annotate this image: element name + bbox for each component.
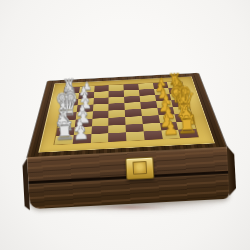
box-front <box>27 147 229 209</box>
piece-silver-pawn: ♟ <box>68 142 95 143</box>
board-top: ♜♟♟♜♞♟♟♞♝♟♟♝♚♟♟♚♛♟♟♛♝♟♟♝♞♟♟♞♜♟♟♜ <box>27 73 227 158</box>
piece-gold-pawn: ♟ <box>158 137 185 138</box>
product-photo: ♜♟♟♜♞♟♟♞♝♟♟♝♚♟♟♚♛♟♟♛♝♟♟♝♞♟♟♞♜♟♟♜ <box>0 0 250 250</box>
pieces-layer: ♜♟♟♜♞♟♟♞♝♟♟♝♚♟♟♚♛♟♟♛♝♟♟♝♞♟♟♞♜♟♟♜ <box>27 73 227 158</box>
chess-box: ♜♟♟♜♞♟♟♞♝♟♟♝♚♟♟♚♛♟♟♛♝♟♟♝♞♟♟♞♜♟♟♜ <box>0 0 250 250</box>
silver-pawn-glyph: ♟ <box>67 124 95 144</box>
latch-emblem <box>132 161 147 175</box>
piece-silver-rook: ♜ <box>52 143 79 144</box>
brass-latch <box>125 157 154 180</box>
piece-gold-rook: ♜ <box>174 136 201 137</box>
board-scene: ♜♟♟♜♞♟♟♞♝♟♟♝♚♟♟♚♛♟♟♛♝♟♟♝♞♟♟♞♜♟♟♜ <box>17 0 227 158</box>
gold-rook-glyph: ♜ <box>173 112 201 137</box>
